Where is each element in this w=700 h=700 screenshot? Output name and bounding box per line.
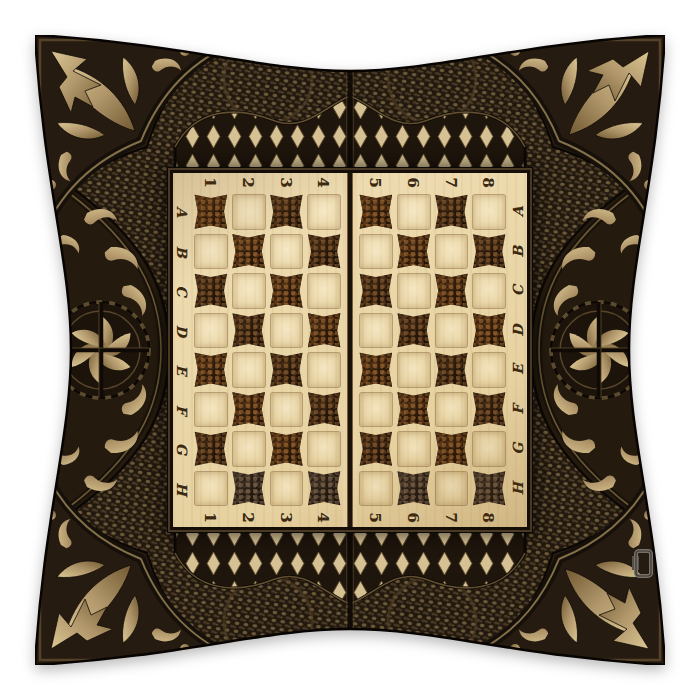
rank-label-right-F: F: [498, 400, 538, 419]
square-d7[interactable]: [433, 311, 471, 351]
square-g5[interactable]: [357, 429, 395, 469]
square-a1[interactable]: [192, 192, 230, 232]
square-e5[interactable]: [357, 350, 395, 390]
square-d5[interactable]: [357, 311, 395, 351]
square-g2[interactable]: [230, 429, 268, 469]
fold-seam-segment: [343, 271, 357, 311]
rank-label-right-H: H: [498, 479, 538, 498]
square-a2[interactable]: [230, 192, 268, 232]
square-g6[interactable]: [395, 429, 433, 469]
square-f7[interactable]: [433, 390, 471, 430]
square-b3[interactable]: [268, 232, 306, 272]
file-label-bottom-1: 1: [201, 499, 220, 537]
rank-label-right-D: D: [498, 321, 538, 340]
file-label-bottom-6: 6: [404, 499, 423, 537]
fold-seam-segment: [343, 311, 357, 351]
rank-label-right-G: G: [498, 439, 538, 458]
fold-seam-segment: [343, 469, 357, 509]
square-b6[interactable]: [395, 232, 433, 272]
fold-seam-segment: [343, 390, 357, 430]
square-g3[interactable]: [268, 429, 306, 469]
square-g4[interactable]: [305, 429, 343, 469]
square-f1[interactable]: [192, 390, 230, 430]
square-d1[interactable]: [192, 311, 230, 351]
square-c5[interactable]: [357, 271, 395, 311]
square-e6[interactable]: [395, 350, 433, 390]
square-b5[interactable]: [357, 232, 395, 272]
square-c1[interactable]: [192, 271, 230, 311]
square-b1[interactable]: [192, 232, 230, 272]
square-a6[interactable]: [395, 192, 433, 232]
square-b7[interactable]: [433, 232, 471, 272]
square-d6[interactable]: [395, 311, 433, 351]
square-g7[interactable]: [433, 429, 471, 469]
fold-seam-segment: [343, 173, 357, 192]
field-corner: [173, 173, 192, 192]
square-d3[interactable]: [268, 311, 306, 351]
square-c6[interactable]: [395, 271, 433, 311]
square-g1[interactable]: [192, 429, 230, 469]
fold-seam-segment: [343, 429, 357, 469]
file-label-bottom-7: 7: [442, 499, 461, 537]
square-f2[interactable]: [230, 390, 268, 430]
file-label-bottom-5: 5: [366, 499, 385, 537]
fold-seam-segment: [343, 232, 357, 272]
square-d4[interactable]: [305, 311, 343, 351]
square-e4[interactable]: [305, 350, 343, 390]
field-corner: [173, 508, 192, 527]
board-photo: 12345678AABBCCDDEEFFGGHH12345678: [0, 0, 700, 700]
square-c7[interactable]: [433, 271, 471, 311]
square-a5[interactable]: [357, 192, 395, 232]
square-c4[interactable]: [305, 271, 343, 311]
square-b4[interactable]: [305, 232, 343, 272]
square-d2[interactable]: [230, 311, 268, 351]
square-c2[interactable]: [230, 271, 268, 311]
square-f3[interactable]: [268, 390, 306, 430]
file-label-bottom-3: 3: [277, 499, 296, 537]
square-a3[interactable]: [268, 192, 306, 232]
square-f4[interactable]: [305, 390, 343, 430]
square-b2[interactable]: [230, 232, 268, 272]
fold-seam-segment: [343, 192, 357, 232]
square-a4[interactable]: [305, 192, 343, 232]
square-c3[interactable]: [268, 271, 306, 311]
fold-seam-segment: [343, 508, 357, 527]
field-corner: [508, 508, 527, 527]
pinwheel-medallion-left: [53, 302, 149, 398]
rank-label-right-A: A: [498, 202, 538, 221]
file-label-bottom-2: 2: [239, 499, 258, 537]
square-f6[interactable]: [395, 390, 433, 430]
fold-seam-segment: [343, 350, 357, 390]
file-label-bottom-4: 4: [315, 499, 334, 537]
chess-field: 12345678AABBCCDDEEFFGGHH12345678: [170, 170, 530, 530]
file-label-bottom-8: 8: [480, 499, 499, 537]
square-e3[interactable]: [268, 350, 306, 390]
square-a7[interactable]: [433, 192, 471, 232]
square-e1[interactable]: [192, 350, 230, 390]
rank-label-right-E: E: [498, 360, 538, 379]
field-corner: [508, 173, 527, 192]
square-e7[interactable]: [433, 350, 471, 390]
rank-label-right-B: B: [498, 242, 538, 261]
rank-label-right-C: C: [498, 281, 538, 300]
square-e2[interactable]: [230, 350, 268, 390]
square-f5[interactable]: [357, 390, 395, 430]
